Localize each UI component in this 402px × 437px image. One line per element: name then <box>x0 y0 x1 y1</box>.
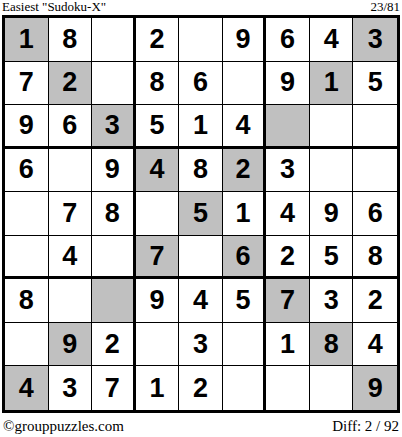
cell-r1c1[interactable]: 1 <box>5 18 49 62</box>
cell-r8c6[interactable] <box>223 323 267 367</box>
cell-r3c4[interactable]: 5 <box>136 105 180 149</box>
cell-r2c5[interactable]: 6 <box>179 62 223 106</box>
cell-r9c1[interactable]: 4 <box>5 366 49 410</box>
cell-r8c1[interactable] <box>5 323 49 367</box>
cell-r2c4[interactable]: 8 <box>136 62 180 106</box>
cell-r7c7[interactable]: 7 <box>266 279 310 323</box>
cell-r1c7[interactable]: 6 <box>266 18 310 62</box>
cell-r3c8[interactable] <box>310 105 354 149</box>
cell-r2c7[interactable]: 9 <box>266 62 310 106</box>
cell-r5c6[interactable]: 1 <box>223 192 267 236</box>
cell-r6c4[interactable]: 7 <box>136 236 180 280</box>
cell-r1c9[interactable]: 3 <box>353 18 397 62</box>
cell-r2c2[interactable]: 2 <box>49 62 93 106</box>
cell-r6c7[interactable]: 2 <box>266 236 310 280</box>
cell-r3c5[interactable]: 1 <box>179 105 223 149</box>
cell-r3c3[interactable]: 3 <box>92 105 136 149</box>
cell-r4c7[interactable]: 3 <box>266 149 310 193</box>
puzzle-title: Easiest "Sudoku-X" <box>2 0 106 13</box>
cell-r2c1[interactable]: 7 <box>5 62 49 106</box>
cell-r9c2[interactable]: 3 <box>49 366 93 410</box>
cell-r3c2[interactable]: 6 <box>49 105 93 149</box>
cell-r5c7[interactable]: 4 <box>266 192 310 236</box>
cell-r7c6[interactable]: 5 <box>223 279 267 323</box>
cell-r8c7[interactable]: 1 <box>266 323 310 367</box>
cell-r1c2[interactable]: 8 <box>49 18 93 62</box>
cell-r4c2[interactable] <box>49 149 93 193</box>
cell-r5c5[interactable]: 5 <box>179 192 223 236</box>
cell-r1c4[interactable]: 2 <box>136 18 180 62</box>
cell-r1c6[interactable]: 9 <box>223 18 267 62</box>
cell-r8c2[interactable]: 9 <box>49 323 93 367</box>
copyright-text: ©grouppuzzles.com <box>3 418 124 435</box>
cell-r1c5[interactable] <box>179 18 223 62</box>
cell-r4c8[interactable] <box>310 149 354 193</box>
cell-r5c1[interactable] <box>5 192 49 236</box>
cell-r3c7[interactable] <box>266 105 310 149</box>
cell-r7c1[interactable]: 8 <box>5 279 49 323</box>
cell-r6c2[interactable]: 4 <box>49 236 93 280</box>
cell-r4c6[interactable]: 2 <box>223 149 267 193</box>
cell-r7c9[interactable]: 2 <box>353 279 397 323</box>
cell-r8c8[interactable]: 8 <box>310 323 354 367</box>
cell-r9c3[interactable]: 7 <box>92 366 136 410</box>
cell-r7c4[interactable]: 9 <box>136 279 180 323</box>
cell-r3c1[interactable]: 9 <box>5 105 49 149</box>
cell-r7c2[interactable] <box>49 279 93 323</box>
sudoku-board: 1829643728691596351469482378514964762588… <box>2 15 400 413</box>
cell-r6c8[interactable]: 5 <box>310 236 354 280</box>
cell-r9c6[interactable] <box>223 366 267 410</box>
cell-r4c9[interactable] <box>353 149 397 193</box>
cell-r5c4[interactable] <box>136 192 180 236</box>
cell-r5c9[interactable]: 6 <box>353 192 397 236</box>
cell-r7c8[interactable]: 3 <box>310 279 354 323</box>
cell-r9c7[interactable] <box>266 366 310 410</box>
cell-r6c1[interactable] <box>5 236 49 280</box>
cell-r4c1[interactable]: 6 <box>5 149 49 193</box>
cell-r7c5[interactable]: 4 <box>179 279 223 323</box>
empty-cell-counter: 23/81 <box>370 0 400 13</box>
cell-r5c3[interactable]: 8 <box>92 192 136 236</box>
cell-r8c5[interactable]: 3 <box>179 323 223 367</box>
header: Easiest "Sudoku-X" 23/81 <box>0 0 402 14</box>
footer: ©grouppuzzles.com Diff: 2 / 92 <box>0 418 402 435</box>
cell-r2c9[interactable]: 5 <box>353 62 397 106</box>
cell-r3c6[interactable]: 4 <box>223 105 267 149</box>
cell-r2c8[interactable]: 1 <box>310 62 354 106</box>
cell-r2c6[interactable] <box>223 62 267 106</box>
cell-r4c5[interactable]: 8 <box>179 149 223 193</box>
cell-r8c3[interactable]: 2 <box>92 323 136 367</box>
cell-r5c8[interactable]: 9 <box>310 192 354 236</box>
difficulty-text: Diff: 2 / 92 <box>332 418 399 435</box>
cell-r9c4[interactable]: 1 <box>136 366 180 410</box>
cell-r7c3[interactable] <box>92 279 136 323</box>
cell-r3c9[interactable] <box>353 105 397 149</box>
cell-r5c2[interactable]: 7 <box>49 192 93 236</box>
cell-r8c9[interactable]: 4 <box>353 323 397 367</box>
cell-r1c8[interactable]: 4 <box>310 18 354 62</box>
cell-r1c3[interactable] <box>92 18 136 62</box>
cell-r8c4[interactable] <box>136 323 180 367</box>
cell-r6c9[interactable]: 8 <box>353 236 397 280</box>
cell-r9c5[interactable]: 2 <box>179 366 223 410</box>
cell-r9c9[interactable]: 9 <box>353 366 397 410</box>
cell-r4c3[interactable]: 9 <box>92 149 136 193</box>
cell-r4c4[interactable]: 4 <box>136 149 180 193</box>
cell-r6c6[interactable]: 6 <box>223 236 267 280</box>
cell-r6c3[interactable] <box>92 236 136 280</box>
cell-r9c8[interactable] <box>310 366 354 410</box>
cell-r6c5[interactable] <box>179 236 223 280</box>
cell-r2c3[interactable] <box>92 62 136 106</box>
